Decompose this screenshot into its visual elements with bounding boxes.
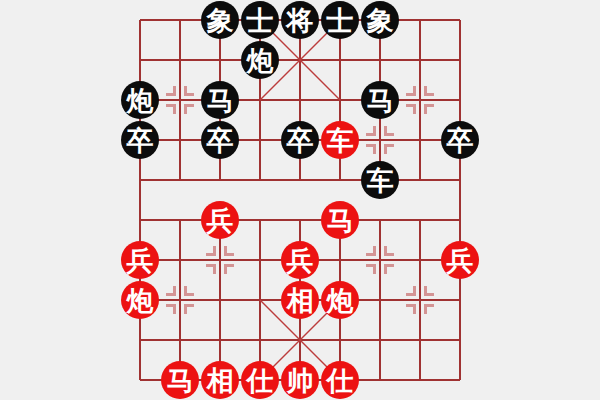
piece-black-horse[interactable]: 马	[361, 81, 399, 119]
piece-red-elephant[interactable]: 相	[281, 281, 319, 319]
piece-black-general[interactable]: 将	[281, 1, 319, 39]
piece-red-soldier[interactable]: 兵	[121, 241, 159, 279]
piece-black-soldier[interactable]: 卒	[201, 121, 239, 159]
piece-red-advisor[interactable]: 仕	[321, 361, 359, 399]
piece-red-elephant[interactable]: 相	[201, 361, 239, 399]
piece-black-elephant[interactable]: 象	[201, 1, 239, 39]
piece-red-horse[interactable]: 马	[321, 201, 359, 239]
piece-red-general[interactable]: 帅	[281, 361, 319, 399]
piece-black-cannon[interactable]: 炮	[121, 81, 159, 119]
piece-black-elephant[interactable]: 象	[361, 1, 399, 39]
piece-red-soldier[interactable]: 兵	[441, 241, 479, 279]
xiangqi-board[interactable]: 象士将士象炮炮马马卒卒卒车卒车兵马兵兵兵炮相炮马相仕帅仕	[120, 0, 480, 400]
piece-red-soldier[interactable]: 兵	[281, 241, 319, 279]
piece-black-soldier[interactable]: 卒	[121, 121, 159, 159]
xiangqi-app: 象士将士象炮炮马马卒卒卒车卒车兵马兵兵兵炮相炮马相仕帅仕	[0, 0, 600, 400]
piece-red-soldier[interactable]: 兵	[201, 201, 239, 239]
piece-black-chariot[interactable]: 车	[361, 161, 399, 199]
piece-red-cannon[interactable]: 炮	[121, 281, 159, 319]
piece-black-soldier[interactable]: 卒	[281, 121, 319, 159]
piece-black-horse[interactable]: 马	[201, 81, 239, 119]
piece-red-chariot[interactable]: 车	[321, 121, 359, 159]
piece-black-soldier[interactable]: 卒	[441, 121, 479, 159]
piece-black-advisor[interactable]: 士	[241, 1, 279, 39]
piece-black-cannon[interactable]: 炮	[241, 41, 279, 79]
piece-red-cannon[interactable]: 炮	[321, 281, 359, 319]
piece-red-horse[interactable]: 马	[161, 361, 199, 399]
piece-black-advisor[interactable]: 士	[321, 1, 359, 39]
piece-red-advisor[interactable]: 仕	[241, 361, 279, 399]
